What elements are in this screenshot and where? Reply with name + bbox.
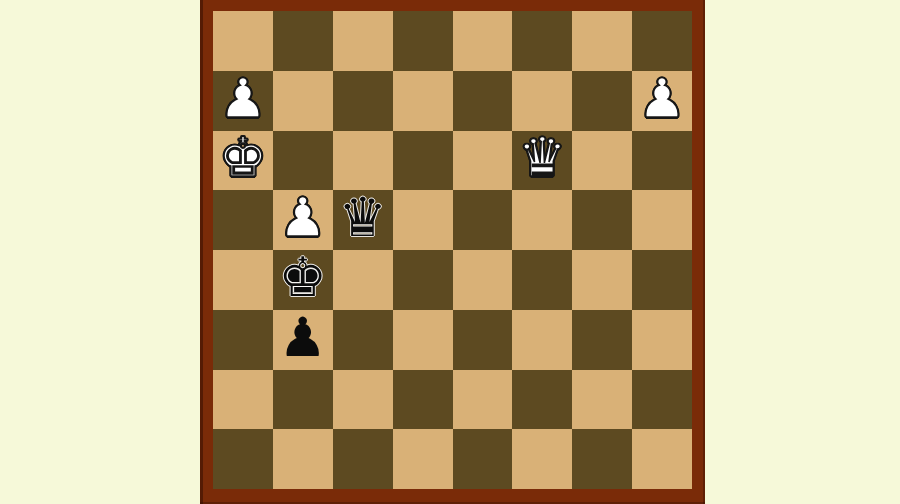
square-h1[interactable] bbox=[632, 429, 692, 489]
square-h7[interactable]: ♟ bbox=[632, 71, 692, 131]
piece-white-queen[interactable]: ♛ bbox=[518, 131, 566, 185]
square-c4[interactable] bbox=[333, 250, 393, 310]
square-a3[interactable] bbox=[213, 310, 273, 370]
piece-black-queen[interactable]: ♛ bbox=[338, 191, 386, 245]
square-a5[interactable] bbox=[213, 190, 273, 250]
square-e8[interactable] bbox=[453, 11, 513, 71]
square-b5[interactable]: ♟ bbox=[273, 190, 333, 250]
square-a7[interactable]: ♟ bbox=[213, 71, 273, 131]
square-h2[interactable] bbox=[632, 370, 692, 430]
square-a6[interactable]: ♚ bbox=[213, 131, 273, 191]
square-g1[interactable] bbox=[572, 429, 632, 489]
square-f4[interactable] bbox=[512, 250, 572, 310]
square-e5[interactable] bbox=[453, 190, 513, 250]
square-d8[interactable] bbox=[393, 11, 453, 71]
square-f2[interactable] bbox=[512, 370, 572, 430]
square-a4[interactable] bbox=[213, 250, 273, 310]
square-c2[interactable] bbox=[333, 370, 393, 430]
square-c3[interactable] bbox=[333, 310, 393, 370]
square-a1[interactable] bbox=[213, 429, 273, 489]
piece-black-king[interactable]: ♚ bbox=[279, 251, 327, 305]
square-g5[interactable] bbox=[572, 190, 632, 250]
square-g4[interactable] bbox=[572, 250, 632, 310]
square-f7[interactable] bbox=[512, 71, 572, 131]
square-e6[interactable] bbox=[453, 131, 513, 191]
square-e3[interactable] bbox=[453, 310, 513, 370]
square-g2[interactable] bbox=[572, 370, 632, 430]
square-e1[interactable] bbox=[453, 429, 513, 489]
piece-white-pawn[interactable]: ♟ bbox=[638, 72, 686, 126]
square-d2[interactable] bbox=[393, 370, 453, 430]
square-f1[interactable] bbox=[512, 429, 572, 489]
square-b6[interactable] bbox=[273, 131, 333, 191]
square-b1[interactable] bbox=[273, 429, 333, 489]
piece-white-pawn[interactable]: ♟ bbox=[219, 72, 267, 126]
square-h5[interactable] bbox=[632, 190, 692, 250]
square-g7[interactable] bbox=[572, 71, 632, 131]
square-f5[interactable] bbox=[512, 190, 572, 250]
chess-board: ♟♟♚♛♟♛♚♟ bbox=[213, 11, 692, 489]
square-e7[interactable] bbox=[453, 71, 513, 131]
chess-board-frame: ♟♟♚♛♟♛♚♟ bbox=[200, 0, 705, 504]
square-g8[interactable] bbox=[572, 11, 632, 71]
square-c6[interactable] bbox=[333, 131, 393, 191]
square-d4[interactable] bbox=[393, 250, 453, 310]
square-h3[interactable] bbox=[632, 310, 692, 370]
square-d3[interactable] bbox=[393, 310, 453, 370]
square-h4[interactable] bbox=[632, 250, 692, 310]
square-b3[interactable]: ♟ bbox=[273, 310, 333, 370]
square-b2[interactable] bbox=[273, 370, 333, 430]
square-b4[interactable]: ♚ bbox=[273, 250, 333, 310]
square-c5[interactable]: ♛ bbox=[333, 190, 393, 250]
square-f3[interactable] bbox=[512, 310, 572, 370]
square-a2[interactable] bbox=[213, 370, 273, 430]
square-c1[interactable] bbox=[333, 429, 393, 489]
square-e2[interactable] bbox=[453, 370, 513, 430]
square-f6[interactable]: ♛ bbox=[512, 131, 572, 191]
square-b8[interactable] bbox=[273, 11, 333, 71]
square-a8[interactable] bbox=[213, 11, 273, 71]
square-g6[interactable] bbox=[572, 131, 632, 191]
square-f8[interactable] bbox=[512, 11, 572, 71]
square-d7[interactable] bbox=[393, 71, 453, 131]
square-b7[interactable] bbox=[273, 71, 333, 131]
square-e4[interactable] bbox=[453, 250, 513, 310]
square-h6[interactable] bbox=[632, 131, 692, 191]
piece-black-pawn[interactable]: ♟ bbox=[279, 311, 327, 365]
square-c7[interactable] bbox=[333, 71, 393, 131]
square-h8[interactable] bbox=[632, 11, 692, 71]
square-d5[interactable] bbox=[393, 190, 453, 250]
chess-app-canvas: ♟♟♚♛♟♛♚♟ bbox=[0, 0, 900, 504]
square-d1[interactable] bbox=[393, 429, 453, 489]
square-g3[interactable] bbox=[572, 310, 632, 370]
square-c8[interactable] bbox=[333, 11, 393, 71]
piece-white-king[interactable]: ♚ bbox=[219, 131, 267, 185]
piece-white-pawn[interactable]: ♟ bbox=[279, 191, 327, 245]
square-d6[interactable] bbox=[393, 131, 453, 191]
